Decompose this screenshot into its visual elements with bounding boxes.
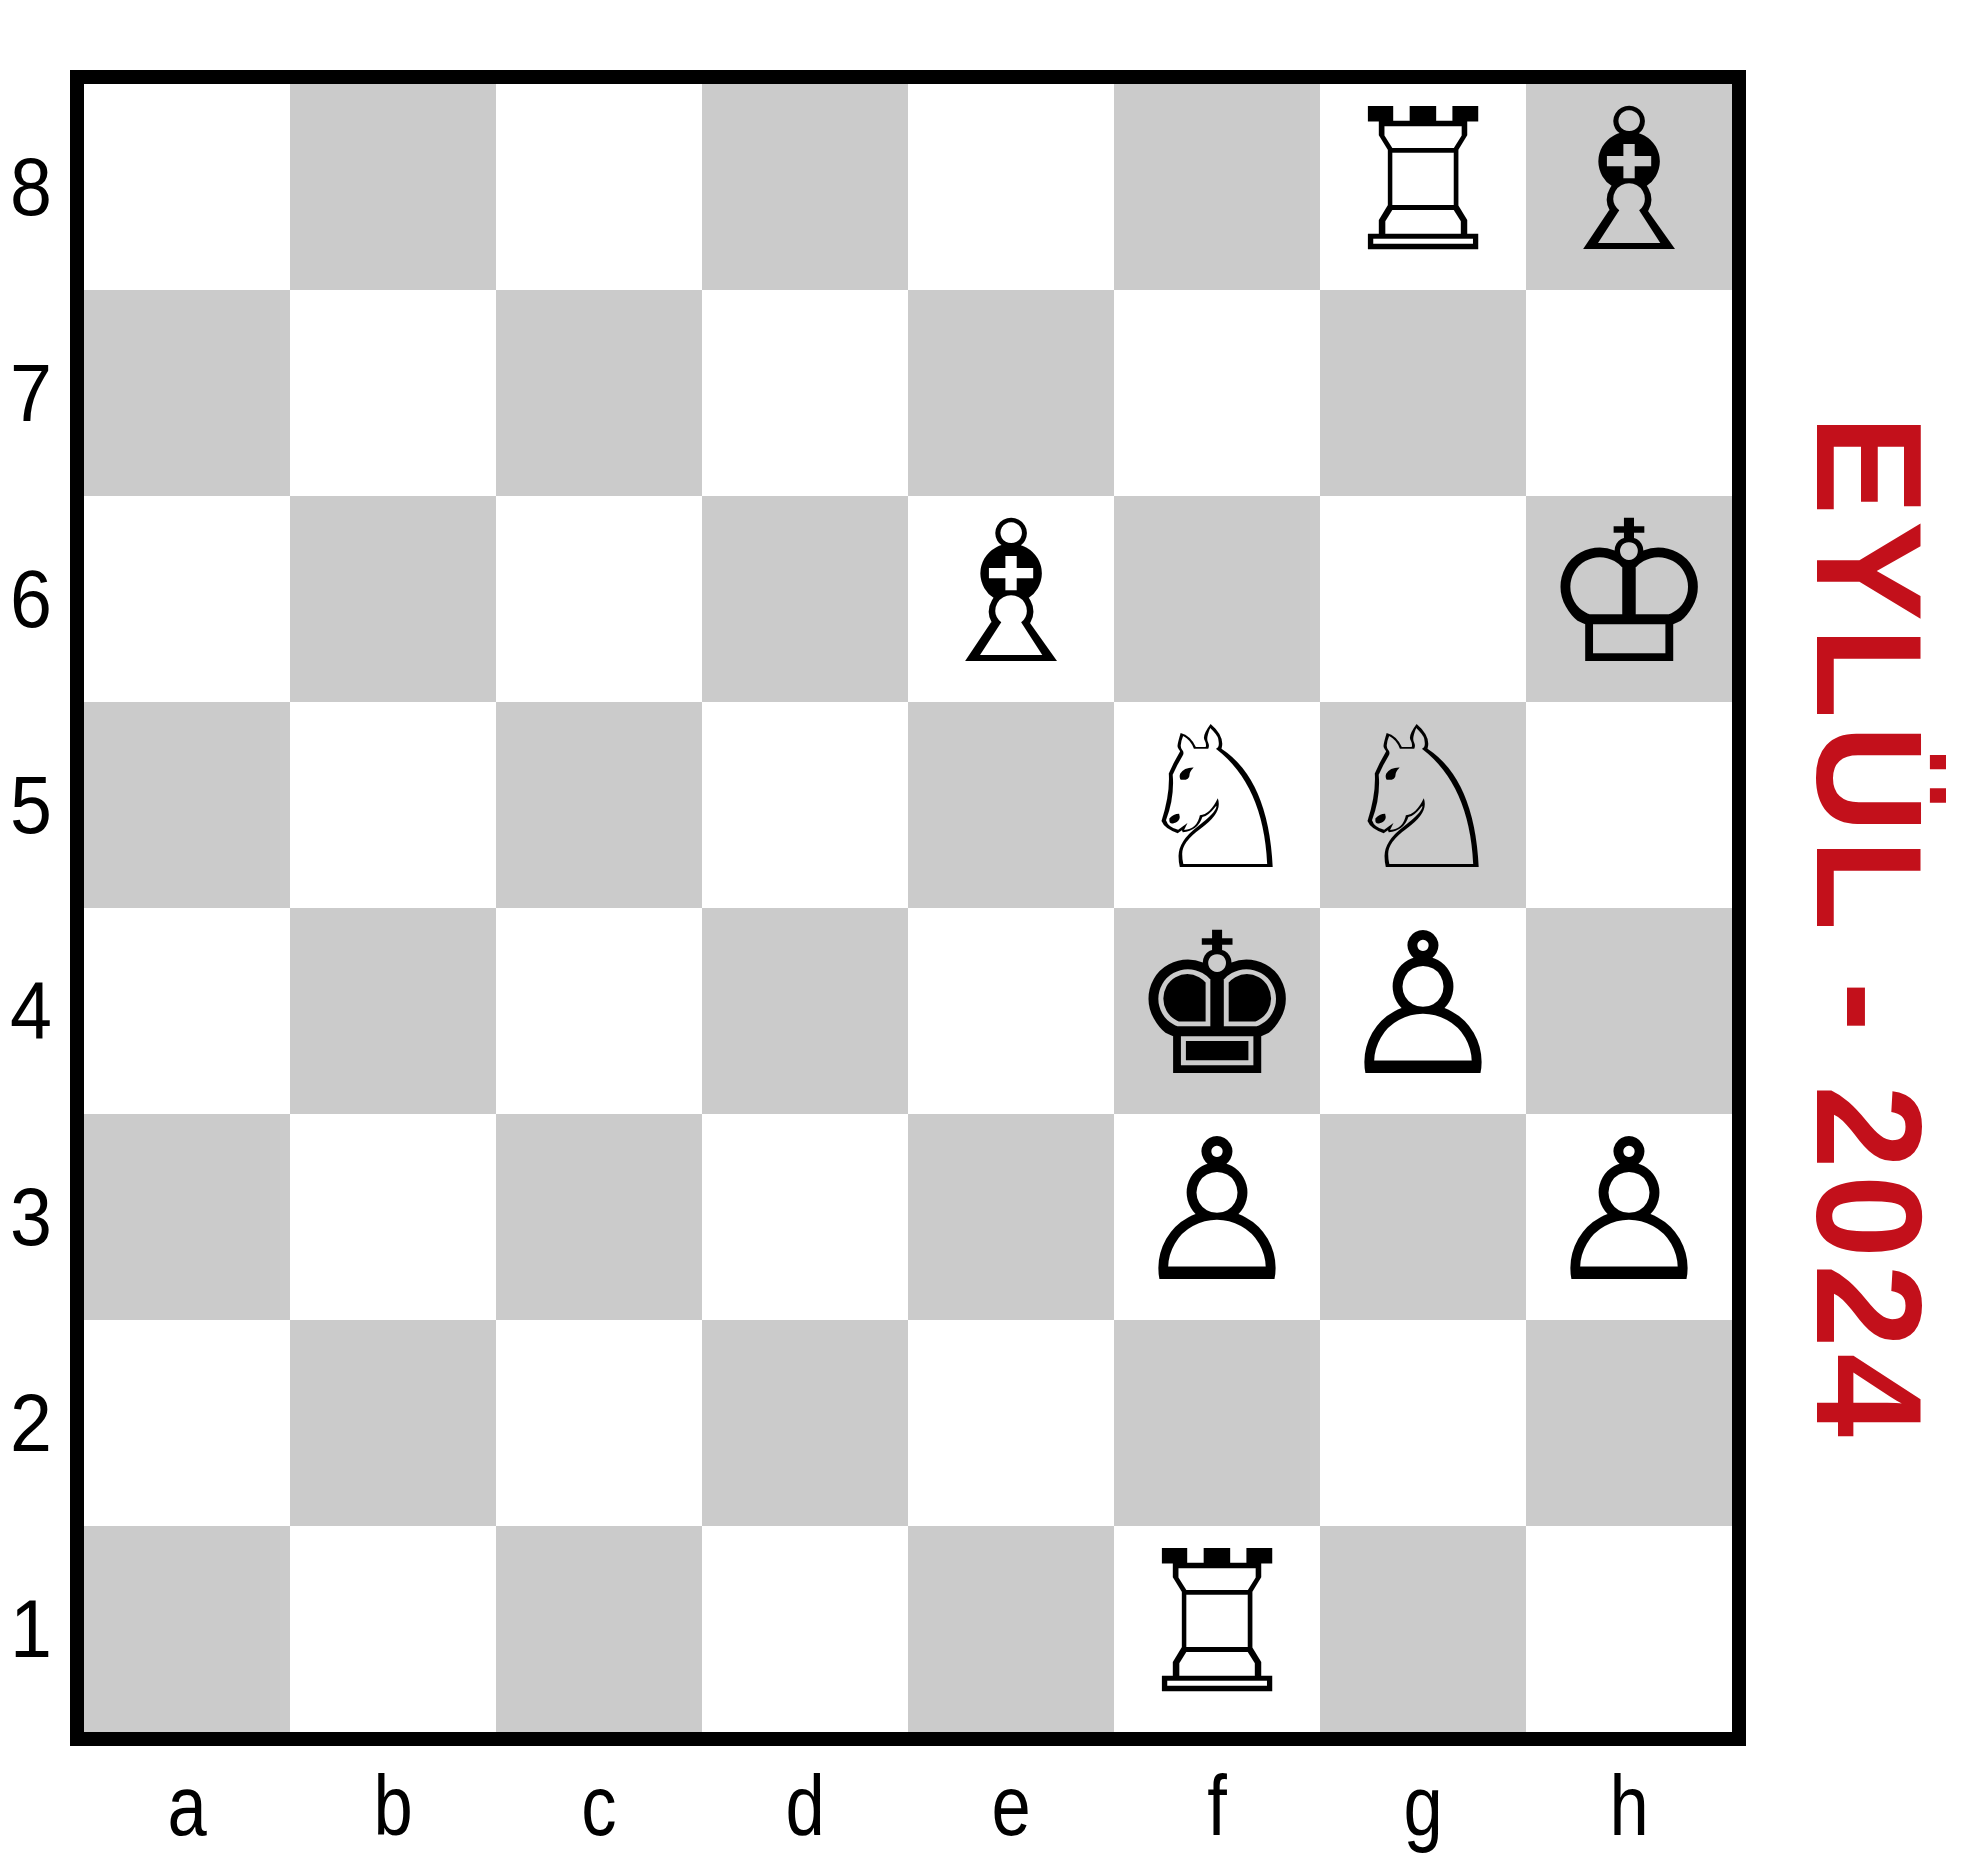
board-grid: ♖♗♗♔♘♘♚♙♙♙♖: [84, 84, 1732, 1732]
square-e2: [908, 1320, 1114, 1526]
square-f4: ♚: [1114, 908, 1320, 1114]
square-e6: ♗: [908, 496, 1114, 702]
piece-white-pawn-h3: ♙: [1541, 1114, 1717, 1314]
square-d5: [702, 702, 908, 908]
piece-white-bishop-h8: ♗: [1541, 84, 1717, 284]
square-e5: [908, 702, 1114, 908]
file-label-h: h: [1545, 1756, 1714, 1855]
rank-label-8: 8: [2, 84, 59, 290]
piece-black-king-f4: ♚: [1129, 908, 1305, 1108]
file-label-b: b: [309, 1756, 478, 1855]
square-e1: [908, 1526, 1114, 1732]
square-h6: ♔: [1526, 496, 1732, 702]
rank-label-2: 2: [2, 1320, 59, 1526]
rank-label-5: 5: [2, 702, 59, 908]
square-g4: ♙: [1320, 908, 1526, 1114]
square-a2: [84, 1320, 290, 1526]
rank-label-1: 1: [2, 1526, 59, 1732]
square-c7: [496, 290, 702, 496]
square-h3: ♙: [1526, 1114, 1732, 1320]
square-f8: [1114, 84, 1320, 290]
square-h1: [1526, 1526, 1732, 1732]
file-label-f: f: [1133, 1756, 1302, 1855]
square-d8: [702, 84, 908, 290]
square-b6: [290, 496, 496, 702]
rank-labels: 87654321: [0, 84, 62, 1732]
file-label-g: g: [1339, 1756, 1508, 1855]
square-a7: [84, 290, 290, 496]
piece-white-knight-f5: ♘: [1129, 702, 1305, 902]
square-b5: [290, 702, 496, 908]
piece-white-pawn-f3: ♙: [1129, 1114, 1305, 1314]
square-c2: [496, 1320, 702, 1526]
square-c5: [496, 702, 702, 908]
square-c8: [496, 84, 702, 290]
square-c3: [496, 1114, 702, 1320]
square-a6: [84, 496, 290, 702]
piece-white-rook-f1: ♖: [1129, 1526, 1305, 1726]
square-h5: [1526, 702, 1732, 908]
square-e3: [908, 1114, 1114, 1320]
rank-label-3: 3: [2, 1114, 59, 1320]
square-h2: [1526, 1320, 1732, 1526]
square-f7: [1114, 290, 1320, 496]
file-labels: abcdefgh: [84, 1756, 1732, 1852]
square-a8: [84, 84, 290, 290]
square-b3: [290, 1114, 496, 1320]
rank-label-7: 7: [2, 290, 59, 496]
square-f2: [1114, 1320, 1320, 1526]
file-label-a: a: [103, 1756, 272, 1855]
chess-board: ♖♗♗♔♘♘♚♙♙♙♖: [70, 70, 1746, 1746]
square-e7: [908, 290, 1114, 496]
square-b1: [290, 1526, 496, 1732]
piece-white-knight-g5: ♘: [1335, 702, 1511, 902]
piece-white-rook-g8: ♖: [1335, 84, 1511, 284]
square-a3: [84, 1114, 290, 1320]
month-caption: EYLÜL - 2024: [1782, 415, 1955, 1443]
file-label-d: d: [721, 1756, 890, 1855]
square-d4: [702, 908, 908, 1114]
square-h7: [1526, 290, 1732, 496]
square-c1: [496, 1526, 702, 1732]
square-f3: ♙: [1114, 1114, 1320, 1320]
square-g2: [1320, 1320, 1526, 1526]
square-h4: [1526, 908, 1732, 1114]
square-c6: [496, 496, 702, 702]
rank-label-4: 4: [2, 908, 59, 1114]
square-e8: [908, 84, 1114, 290]
square-b2: [290, 1320, 496, 1526]
square-g8: ♖: [1320, 84, 1526, 290]
piece-white-bishop-e6: ♗: [923, 496, 1099, 696]
square-a1: [84, 1526, 290, 1732]
square-f6: [1114, 496, 1320, 702]
file-label-e: e: [927, 1756, 1096, 1855]
square-f1: ♖: [1114, 1526, 1320, 1732]
square-d7: [702, 290, 908, 496]
square-b7: [290, 290, 496, 496]
piece-white-pawn-g4: ♙: [1335, 908, 1511, 1108]
square-g3: [1320, 1114, 1526, 1320]
square-d2: [702, 1320, 908, 1526]
square-h8: ♗: [1526, 84, 1732, 290]
square-b8: [290, 84, 496, 290]
square-e4: [908, 908, 1114, 1114]
square-d1: [702, 1526, 908, 1732]
square-c4: [496, 908, 702, 1114]
square-g6: [1320, 496, 1526, 702]
square-a5: [84, 702, 290, 908]
square-g1: [1320, 1526, 1526, 1732]
square-b4: [290, 908, 496, 1114]
rank-label-6: 6: [2, 496, 59, 702]
square-g7: [1320, 290, 1526, 496]
piece-white-king-h6: ♔: [1541, 496, 1717, 696]
chess-diagram-page: 87654321 ♖♗♗♔♘♘♚♙♙♙♖ abcdefgh EYLÜL - 20…: [0, 0, 1976, 1857]
square-d3: [702, 1114, 908, 1320]
square-g5: ♘: [1320, 702, 1526, 908]
square-d6: [702, 496, 908, 702]
file-label-c: c: [515, 1756, 684, 1855]
square-a4: [84, 908, 290, 1114]
square-f5: ♘: [1114, 702, 1320, 908]
